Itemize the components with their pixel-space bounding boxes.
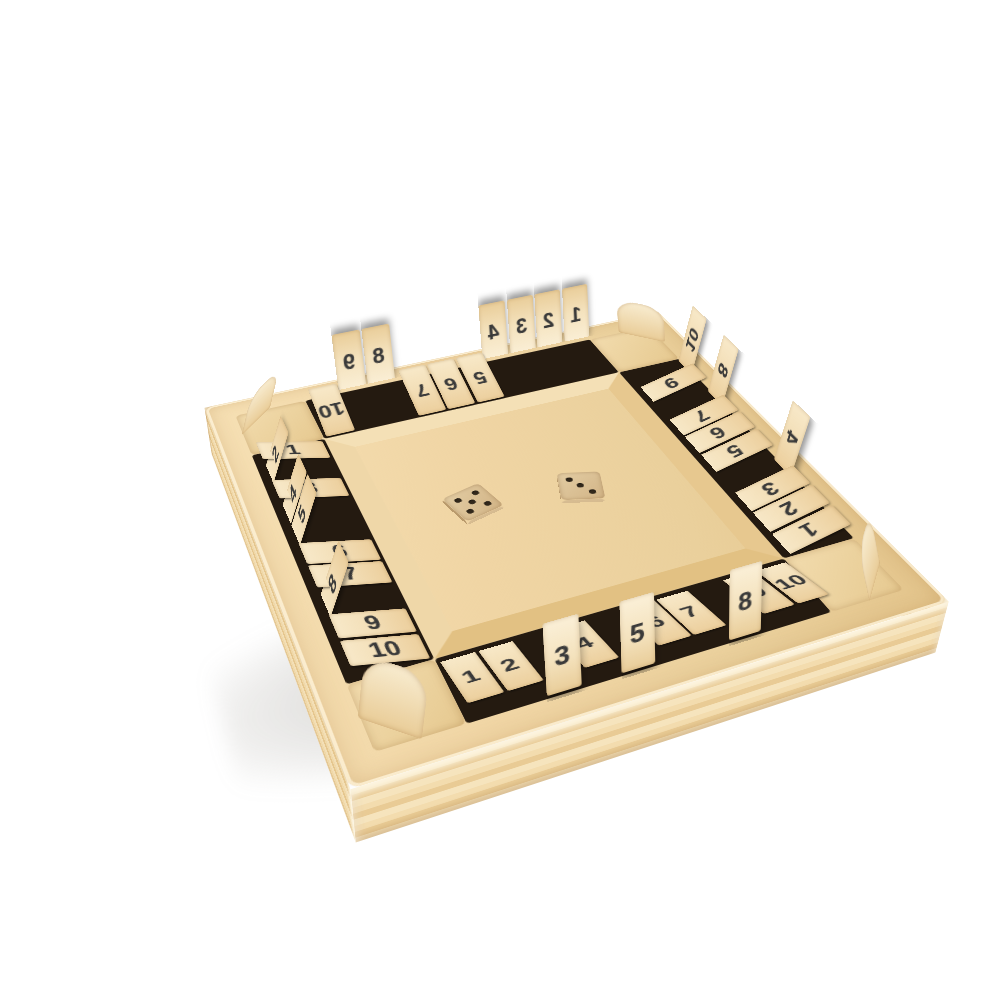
die-2-top-face: [557, 471, 606, 500]
tile-west-9[interactable]: 9: [328, 608, 416, 638]
tile-number: 9: [659, 374, 682, 392]
scene: 10987654321 12345678910 10987654321 1234…: [0, 0, 1000, 1000]
tile-number: 9: [341, 349, 356, 376]
tile-number: 9: [360, 612, 385, 635]
tile-number: 5: [629, 616, 645, 649]
tile-number: 1: [283, 442, 303, 458]
shut-the-box-board: 10987654321 12345678910 10987654321 1234…: [205, 312, 949, 790]
tile-number: 3: [515, 314, 528, 340]
tile-number: 7: [675, 602, 705, 621]
corner-wedge-icon: [616, 299, 665, 342]
tile-west-1[interactable]: 1: [256, 441, 331, 459]
tile-number: 8: [738, 585, 752, 617]
tile-north-1[interactable]: 1: [562, 284, 589, 346]
tile-number: 8: [326, 567, 339, 600]
tile-number: 7: [411, 379, 431, 400]
tile-number: 5: [469, 367, 490, 387]
tile-number: 6: [705, 423, 730, 443]
tile-east-9[interactable]: 9: [636, 363, 706, 403]
tile-number: 1: [794, 518, 823, 542]
tile-north-8[interactable]: 8: [361, 324, 395, 389]
tile-north-2[interactable]: 2: [534, 289, 562, 352]
tile-number: 2: [270, 440, 280, 468]
product-photo-stage: 10987654321 12345678910 10987654321 1234…: [0, 0, 1000, 1000]
tile-number: 3: [554, 638, 571, 672]
corner-wedge-icon: [358, 655, 430, 740]
tile-number: 2: [495, 654, 523, 675]
tile-south-8[interactable]: 8: [728, 561, 761, 641]
tile-number: 2: [542, 308, 554, 333]
tile-number: 3: [756, 477, 784, 499]
tile-south-3[interactable]: 3: [542, 614, 581, 697]
tile-number: 8: [371, 343, 386, 369]
tile-number: 6: [440, 373, 461, 394]
tile-number: 1: [569, 303, 581, 328]
tile-number: 1: [457, 665, 485, 687]
tile-number: 5: [721, 440, 747, 461]
tile-number: 7: [689, 406, 714, 425]
tile-number: 10: [364, 637, 405, 662]
tile-number: 5: [296, 500, 308, 530]
tile-number: 4: [487, 320, 500, 346]
tile-number: 4: [782, 425, 801, 452]
tile-west-10[interactable]: 10: [339, 634, 429, 666]
tile-south-5[interactable]: 5: [619, 592, 654, 674]
tile-north-3[interactable]: 3: [506, 295, 535, 358]
tile-number: 2: [775, 497, 804, 520]
tile-number: 10: [315, 398, 347, 422]
tile-number: 8: [715, 358, 732, 382]
